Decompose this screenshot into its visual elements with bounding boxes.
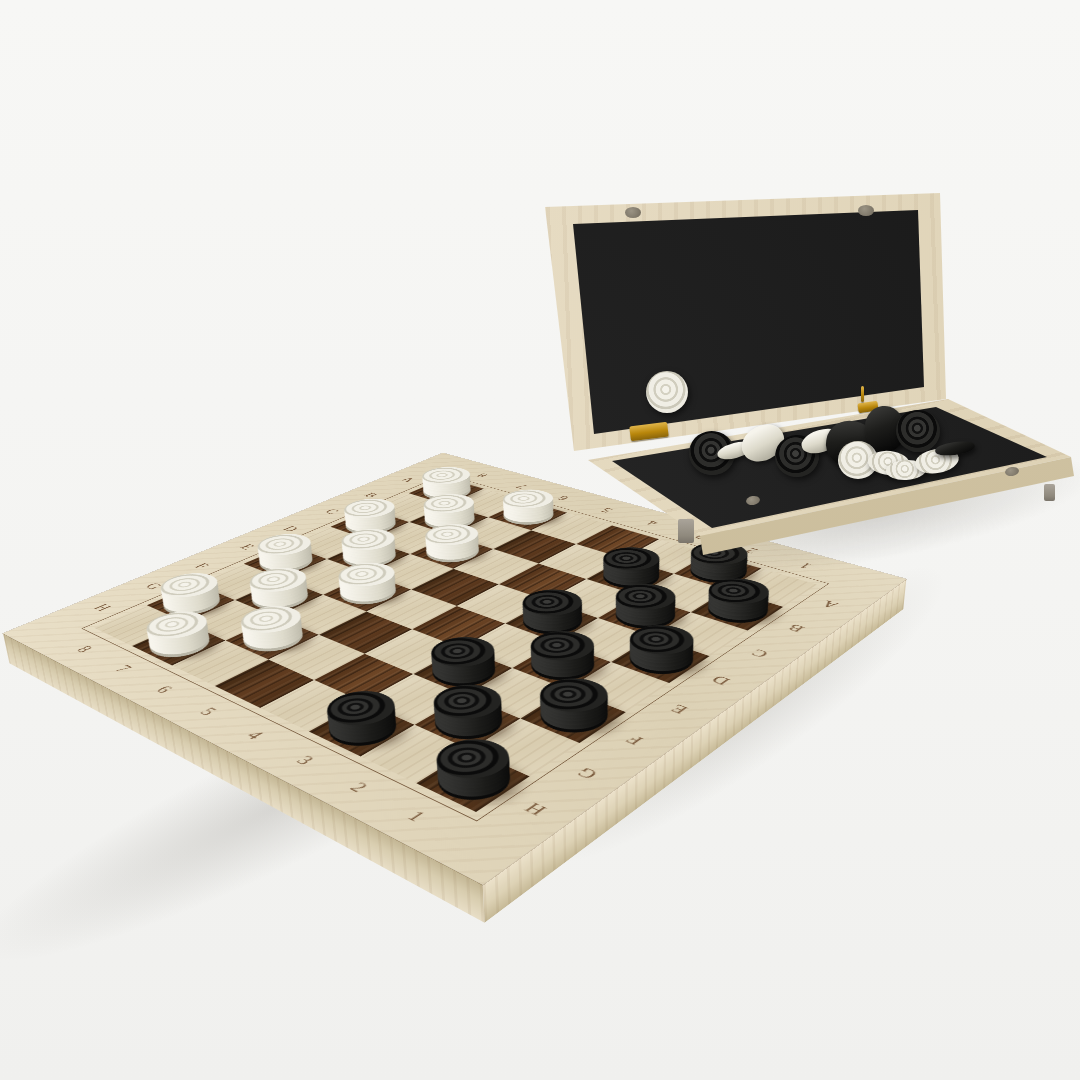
coord-rank-left-5: 5: [187, 701, 229, 722]
lid-magnet-dot: [858, 205, 874, 216]
box-leg: [1044, 484, 1055, 501]
coord-file-bottom-H: H: [512, 795, 560, 822]
coord-file-bottom-C: C: [740, 644, 780, 663]
box-leg: [678, 519, 694, 543]
box-hinge-left: [629, 422, 669, 442]
coord-rank-left-2: 2: [336, 775, 382, 801]
box-hinge-pin: [861, 386, 864, 402]
coord-file-bottom-A: A: [812, 596, 849, 612]
coord-file-bottom-D: D: [700, 670, 741, 690]
lid-magnet-dot: [625, 207, 641, 218]
coord-rank-right-5: 5: [591, 504, 623, 516]
coord-file-bottom-E: E: [658, 698, 701, 720]
coord-file-bottom-G: G: [564, 761, 610, 786]
coord-rank-left-7: 7: [103, 660, 142, 679]
loose-white-checker-0: [646, 371, 688, 413]
coord-rank-right-1: 1: [788, 558, 823, 573]
board-face: 11HH22GG33FF44EE55DD66CC77BB88AA: [3, 453, 906, 885]
coord-rank-left-8: 8: [65, 641, 103, 659]
loose-black-checker-13: [934, 439, 975, 457]
scene: 11HH22GG33FF44EE55DD66CC77BB88AA: [0, 0, 1080, 1080]
coord-rank-right-4: 4: [637, 517, 670, 530]
coord-file-top-F: F: [184, 559, 218, 573]
coord-file-top-A: A: [393, 474, 423, 485]
coord-rank-right-8: 8: [467, 470, 497, 481]
coord-rank-left-6: 6: [144, 680, 184, 700]
coord-file-bottom-F: F: [613, 728, 657, 751]
coord-file-bottom-B: B: [777, 619, 816, 637]
coord-rank-left-3: 3: [283, 749, 328, 773]
tray-magnet-dot: [745, 495, 760, 506]
tray-magnet-dot: [1004, 466, 1019, 477]
coord-rank-left-1: 1: [392, 803, 440, 830]
coord-rank-left-4: 4: [233, 724, 276, 746]
